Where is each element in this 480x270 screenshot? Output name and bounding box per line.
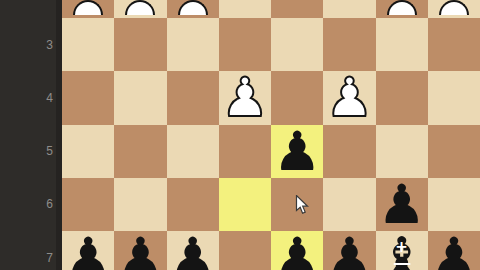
- square-d2[interactable]: [271, 0, 323, 18]
- square-h3[interactable]: [62, 18, 114, 71]
- square-b5[interactable]: [376, 125, 428, 178]
- piece-white-pawn-c4[interactable]: ♟: [323, 71, 375, 124]
- square-g6[interactable]: [114, 178, 166, 231]
- rank-label-6: 6: [0, 196, 53, 212]
- square-b6[interactable]: ♟: [376, 178, 428, 231]
- square-e2[interactable]: [219, 0, 271, 18]
- square-d4[interactable]: [271, 71, 323, 124]
- mouse-cursor-icon: [295, 195, 309, 215]
- square-c2[interactable]: [323, 0, 375, 18]
- rank-label-2: 2: [0, 0, 53, 2]
- square-h4[interactable]: [62, 71, 114, 124]
- square-e3[interactable]: [219, 18, 271, 71]
- left-sidebar: 234567: [0, 0, 62, 270]
- square-f6[interactable]: [167, 178, 219, 231]
- square-c4[interactable]: ♟: [323, 71, 375, 124]
- piece-black-pawn-d5[interactable]: ♟: [271, 125, 323, 178]
- square-f2[interactable]: [167, 0, 219, 18]
- square-b3[interactable]: [376, 18, 428, 71]
- square-h2[interactable]: [62, 0, 114, 18]
- piece-white-pawn-b2[interactable]: [387, 0, 417, 15]
- square-a2[interactable]: [428, 0, 480, 18]
- piece-black-pawn-h7[interactable]: ♟: [62, 231, 114, 270]
- piece-black-pawn-c7[interactable]: ♟: [323, 231, 375, 270]
- rank-label-3: 3: [0, 37, 53, 53]
- screenshot-stage: ♟♟♟♟♟♟♟♟♟♝+♟ 234567: [0, 0, 480, 270]
- square-d5[interactable]: ♟: [271, 125, 323, 178]
- chess-board: ♟♟♟♟♟♟♟♟♟♝+♟: [62, 0, 480, 270]
- piece-black-pawn-a7[interactable]: ♟: [428, 231, 480, 270]
- square-f4[interactable]: [167, 71, 219, 124]
- square-h5[interactable]: [62, 125, 114, 178]
- square-h6[interactable]: [62, 178, 114, 231]
- square-e5[interactable]: [219, 125, 271, 178]
- square-d3[interactable]: [271, 18, 323, 71]
- square-c3[interactable]: [323, 18, 375, 71]
- square-d7[interactable]: ♟: [271, 231, 323, 270]
- square-b4[interactable]: [376, 71, 428, 124]
- rank-label-5: 5: [0, 143, 53, 159]
- square-e6[interactable]: [219, 178, 271, 231]
- square-f7[interactable]: ♟: [167, 231, 219, 270]
- square-b7[interactable]: ♝+: [376, 231, 428, 270]
- piece-black-pawn-d7[interactable]: ♟: [271, 231, 323, 270]
- piece-white-pawn-e4[interactable]: ♟: [219, 71, 271, 124]
- square-a5[interactable]: [428, 125, 480, 178]
- square-e7[interactable]: [219, 231, 271, 270]
- bishop-mitre-stripe: [393, 263, 410, 266]
- square-g3[interactable]: [114, 18, 166, 71]
- piece-white-pawn-g2[interactable]: [125, 0, 155, 15]
- square-c5[interactable]: [323, 125, 375, 178]
- rank-label-7: 7: [0, 250, 53, 266]
- piece-black-pawn-g7[interactable]: ♟: [114, 231, 166, 270]
- piece-black-pawn-b6[interactable]: ♟: [376, 178, 428, 231]
- square-f3[interactable]: [167, 18, 219, 71]
- square-a4[interactable]: [428, 71, 480, 124]
- square-g4[interactable]: [114, 71, 166, 124]
- piece-white-pawn-f2[interactable]: [178, 0, 208, 15]
- square-a7[interactable]: ♟: [428, 231, 480, 270]
- square-b2[interactable]: [376, 0, 428, 18]
- rank-label-4: 4: [0, 90, 53, 106]
- square-g7[interactable]: ♟: [114, 231, 166, 270]
- square-h7[interactable]: ♟: [62, 231, 114, 270]
- square-f5[interactable]: [167, 125, 219, 178]
- square-a6[interactable]: [428, 178, 480, 231]
- square-e4[interactable]: ♟: [219, 71, 271, 124]
- square-g2[interactable]: [114, 0, 166, 18]
- square-c7[interactable]: ♟: [323, 231, 375, 270]
- square-g5[interactable]: [114, 125, 166, 178]
- bishop-cross-detail: +: [395, 242, 408, 252]
- piece-white-pawn-a2[interactable]: [439, 0, 469, 15]
- square-a3[interactable]: [428, 18, 480, 71]
- square-c6[interactable]: [323, 178, 375, 231]
- piece-black-pawn-f7[interactable]: ♟: [167, 231, 219, 270]
- sidebar-edge-strip: [56, 0, 62, 270]
- piece-white-pawn-h2[interactable]: [73, 0, 103, 15]
